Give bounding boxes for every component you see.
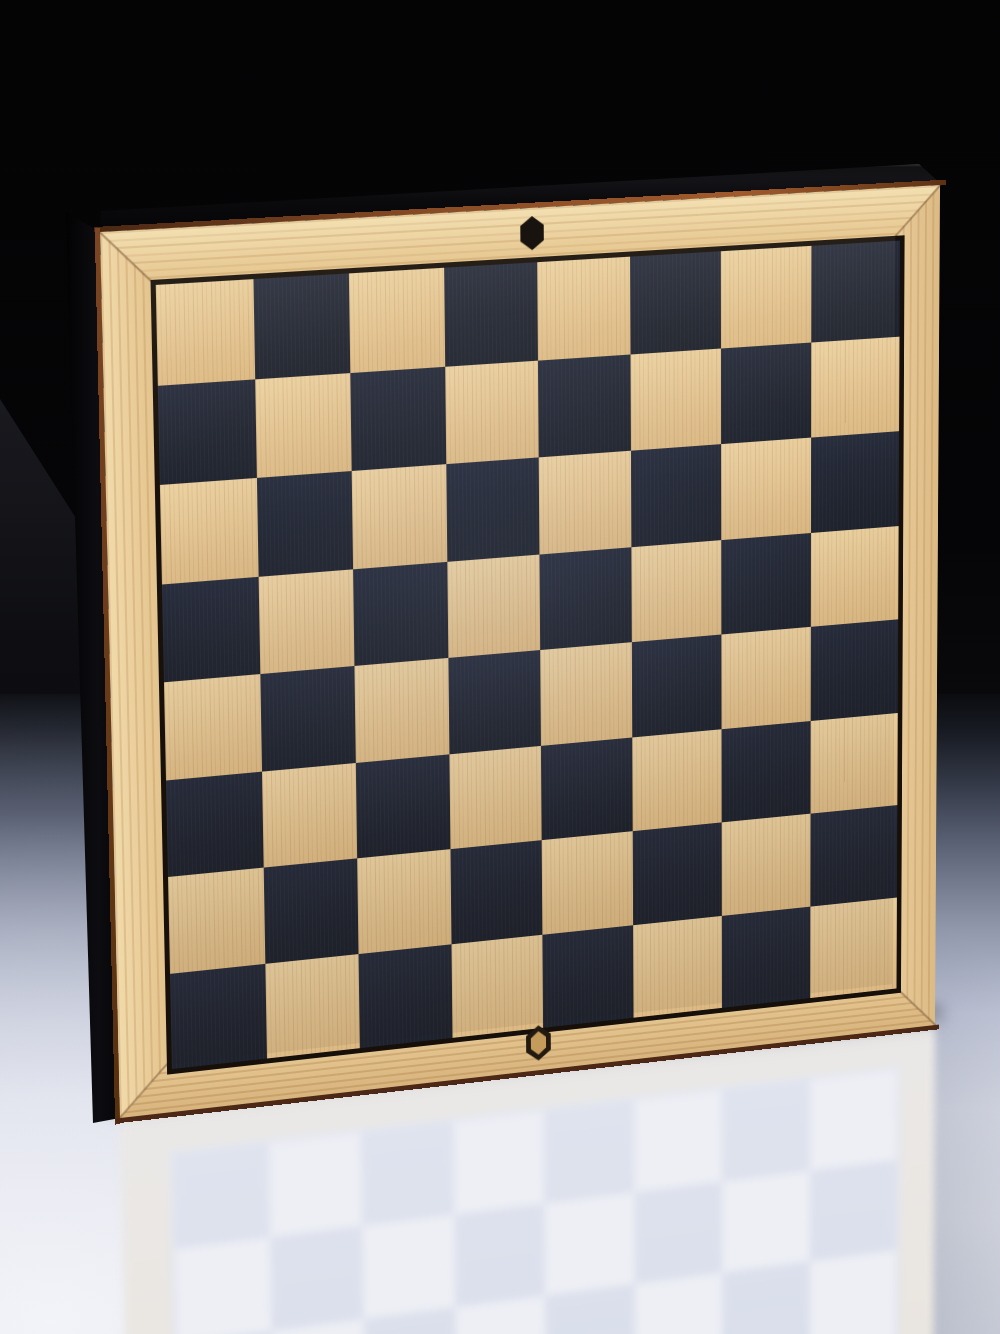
square-g8	[721, 246, 811, 348]
square-a6	[160, 478, 258, 584]
square-b1	[265, 954, 360, 1059]
square-a3	[166, 771, 263, 877]
square-d7	[445, 360, 539, 464]
square-f2	[632, 822, 722, 924]
square-g5	[721, 533, 810, 635]
square-g2	[722, 814, 810, 916]
square-f1	[633, 915, 722, 1017]
square-f3	[632, 729, 722, 831]
square-g7	[721, 342, 811, 444]
square-h7	[811, 336, 900, 437]
square-g4	[721, 627, 810, 729]
square-b7	[255, 373, 352, 478]
square-e7	[538, 354, 631, 457]
chess-board	[100, 185, 940, 1118]
square-b4	[260, 666, 356, 771]
square-e5	[539, 547, 631, 650]
square-e3	[541, 737, 632, 840]
square-h6	[810, 431, 899, 532]
hexagon-inlay-bottom-center	[531, 1030, 546, 1055]
square-a5	[162, 576, 260, 682]
scene	[0, 0, 1000, 1334]
square-f7	[630, 348, 721, 451]
square-d4	[448, 650, 541, 754]
square-a4	[164, 674, 262, 780]
square-c8	[349, 268, 445, 373]
square-d6	[446, 457, 540, 561]
square-f5	[631, 540, 721, 643]
square-d3	[449, 745, 542, 849]
square-h1	[810, 897, 897, 998]
square-g1	[722, 906, 810, 1008]
square-d5	[447, 554, 540, 658]
square-c5	[353, 561, 448, 666]
square-f8	[630, 251, 721, 354]
square-e4	[540, 642, 632, 745]
square-b8	[253, 273, 350, 378]
square-h5	[810, 526, 898, 627]
square-a2	[168, 868, 265, 974]
square-f4	[631, 634, 721, 737]
square-a8	[156, 279, 255, 385]
square-d2	[450, 840, 542, 944]
square-c4	[354, 658, 448, 763]
playing-field	[151, 235, 905, 1074]
square-f6	[630, 444, 721, 547]
square-c3	[356, 754, 450, 858]
square-b2	[263, 858, 358, 963]
square-g6	[721, 438, 811, 540]
square-e6	[539, 451, 631, 554]
square-c7	[350, 366, 445, 471]
square-d8	[444, 262, 538, 366]
square-e2	[542, 831, 633, 934]
board-face	[100, 185, 940, 1118]
square-g3	[722, 721, 811, 823]
square-c6	[352, 464, 447, 569]
square-b5	[258, 569, 354, 674]
square-c1	[358, 944, 452, 1048]
square-h4	[810, 619, 898, 720]
square-h2	[810, 805, 897, 906]
square-a1	[170, 963, 266, 1069]
square-h8	[811, 241, 900, 342]
square-b6	[256, 471, 353, 576]
square-d1	[451, 934, 543, 1038]
square-a7	[158, 379, 257, 485]
square-h3	[810, 712, 898, 813]
square-c2	[357, 849, 451, 953]
square-e1	[542, 925, 633, 1028]
square-e8	[537, 257, 630, 360]
square-b3	[261, 762, 357, 867]
